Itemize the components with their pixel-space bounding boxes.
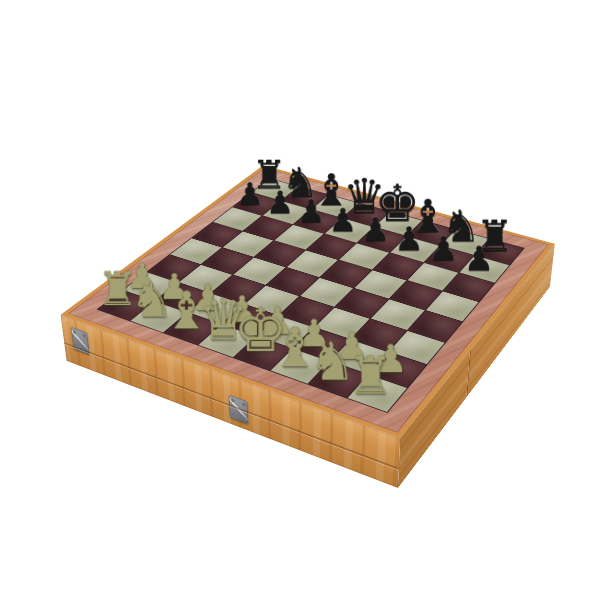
piece-white-rook: ♜ xyxy=(97,266,137,312)
piece-white-knight: ♞ xyxy=(308,335,352,388)
piece-white-pawn: ♟ xyxy=(123,258,162,293)
stone-board-top: ♜♞♝♛♚♝♞♜♟♟♟♟♟♟♟♟♟♟♟♟♟♟♟♟♜♞♝♛♚♝♞♜ xyxy=(61,165,555,438)
piece-black-queen: ♛ xyxy=(343,172,378,220)
piece-black-knight: ♞ xyxy=(441,204,477,248)
marble-rim: ♜♞♝♛♚♝♞♜♟♟♟♟♟♟♟♟♟♟♟♟♟♟♟♟♜♞♝♛♚♝♞♜ xyxy=(68,168,548,433)
piece-black-knight: ♞ xyxy=(281,162,315,203)
product-photo-background: { "game": "chess", "position": "rnbqkbnr… xyxy=(0,0,600,600)
piece-black-bishop: ♝ xyxy=(312,168,347,212)
clasp-latch-icon xyxy=(71,326,90,354)
square-a1: ♜ xyxy=(98,291,154,321)
piece-black-king: ♚ xyxy=(375,179,411,229)
piece-black-bishop: ♝ xyxy=(407,193,443,238)
square-h8: ♜ xyxy=(475,239,523,265)
chess-box: ♜♞♝♛♚♝♞♜♟♟♟♟♟♟♟♟♟♟♟♟♟♟♟♟♜♞♝♛♚♝♞♜ xyxy=(61,165,555,438)
piece-black-rook: ♜ xyxy=(252,155,286,194)
square-h4 xyxy=(408,311,462,343)
clasp-latch-icon xyxy=(229,394,249,424)
photo-scene: ♜♞♝♛♚♝♞♜♟♟♟♟♟♟♟♟♟♟♟♟♟♟♟♟♜♞♝♛♚♝♞♜ xyxy=(0,0,600,600)
